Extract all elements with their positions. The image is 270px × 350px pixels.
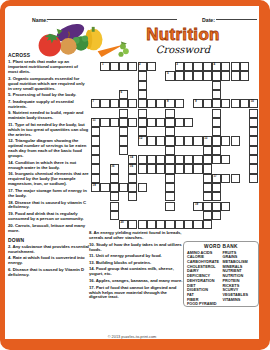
grid-cell[interactable] <box>165 164 174 173</box>
grid-cell[interactable] <box>128 99 137 108</box>
grid-cell[interactable] <box>110 174 119 183</box>
grid-cell[interactable] <box>110 99 119 108</box>
clue-number: 14 <box>130 156 133 159</box>
grid-cell[interactable] <box>175 164 184 173</box>
grid-cell[interactable] <box>249 127 258 136</box>
clue-11: 11. Unit of energy produced by food. <box>89 254 183 259</box>
grid-cell[interactable] <box>138 90 147 99</box>
grid-cell[interactable] <box>165 118 174 127</box>
grid-cell[interactable] <box>212 109 221 118</box>
grid-cell[interactable] <box>184 71 193 80</box>
grid-cell[interactable]: 8 <box>165 99 174 108</box>
grid-cell[interactable] <box>165 183 174 192</box>
grid-cell[interactable] <box>91 146 100 155</box>
grid-cell[interactable] <box>221 99 230 108</box>
grid-cell[interactable] <box>138 118 147 127</box>
clue-7: 7. Inadequate supply of essential nutrie… <box>8 100 89 110</box>
grid-cell[interactable] <box>249 155 258 164</box>
grid-cell[interactable] <box>249 146 258 155</box>
clue-number: 3 <box>176 63 178 66</box>
grid-cell[interactable] <box>110 62 119 71</box>
grid-cell[interactable] <box>165 109 174 118</box>
clue-20: 20. Carrots, broccoli, lettuce and many … <box>8 224 89 234</box>
grid-cell[interactable] <box>231 71 240 80</box>
clue-3: 3. Organic compounds essential for good … <box>8 77 89 92</box>
clue-number: 18 <box>93 184 96 187</box>
grid-cell[interactable] <box>156 155 165 164</box>
down-clue-list-left: 2. Any substance that provides essential… <box>8 245 89 278</box>
grid-cell[interactable] <box>175 118 184 127</box>
grid-cell[interactable] <box>212 81 221 90</box>
grid-cell[interactable] <box>203 71 212 80</box>
copyright-credit: © 2013 puzzles-to-print.com <box>5 334 259 339</box>
grid-cell[interactable]: 16 <box>110 164 119 173</box>
grid-cell[interactable] <box>249 118 258 127</box>
clue-13: 13. Building blocks of proteins. <box>89 261 183 266</box>
grid-cell[interactable] <box>128 183 137 192</box>
clue-5: 5. Processing of food by the body. <box>8 93 89 98</box>
grid-cell[interactable] <box>119 118 128 127</box>
grid-cell[interactable] <box>193 71 202 80</box>
grid-cell[interactable] <box>156 136 165 145</box>
grid-cell[interactable] <box>175 99 184 108</box>
grid-cell[interactable] <box>165 202 174 211</box>
grid-cell[interactable] <box>147 136 156 145</box>
grid-cell[interactable] <box>203 62 212 71</box>
grid-cell[interactable] <box>119 146 128 155</box>
grid-cell[interactable]: 4 <box>212 62 221 71</box>
grid-cell[interactable] <box>249 164 258 173</box>
grid-cell[interactable] <box>193 62 202 71</box>
crossword-grid: 1234578910111213141617181920616 <box>91 62 258 229</box>
grid-cell[interactable] <box>128 118 137 127</box>
grid-cell[interactable]: 7 <box>91 99 100 108</box>
grid-cell[interactable] <box>100 99 109 108</box>
grid-cell[interactable] <box>184 164 193 173</box>
grid-cell[interactable] <box>165 155 174 164</box>
middle-clue-column: 8. An energy yielding nutrient found in … <box>89 231 183 302</box>
clue-6: 6. Disease that is caused by Vitamin D d… <box>8 268 89 278</box>
grid-cell[interactable] <box>240 62 249 71</box>
clue-10: 10. Study of how the body takes in and u… <box>89 243 183 253</box>
grid-cell[interactable] <box>212 127 221 136</box>
clue-1: 1. Plant seeds that make up an important… <box>8 60 89 75</box>
grid-cell[interactable]: 13 <box>203 136 212 145</box>
clue-9: 9. Nutrient needed to build, repair and … <box>8 111 89 121</box>
across-heading: ACROSS <box>8 53 89 58</box>
across-clue-list: 1. Plant seeds that make up an important… <box>8 60 89 233</box>
grid-cell[interactable] <box>221 71 230 80</box>
clue-12: 12. Triangular diagram showing the optim… <box>8 139 89 159</box>
clue-number: 19 <box>195 203 198 206</box>
grid-cell[interactable]: 6 <box>119 90 128 99</box>
grid-cell[interactable] <box>184 118 193 127</box>
grid-cell[interactable]: 18 <box>91 183 100 192</box>
word-bank-item: FOOD PYRAMID <box>187 302 220 307</box>
grid-cell[interactable] <box>184 62 193 71</box>
grid-cell[interactable] <box>221 202 230 211</box>
grid-cell[interactable] <box>193 220 202 229</box>
page-title: Nutrition <box>125 25 241 45</box>
clue-number: 17 <box>213 175 216 178</box>
grid-cell[interactable] <box>221 62 230 71</box>
grid-cell[interactable]: 3 <box>175 62 184 71</box>
grid-cell[interactable]: 5 <box>165 71 174 80</box>
grid-cell[interactable] <box>165 174 174 183</box>
name-field[interactable] <box>47 13 177 20</box>
grid-cell[interactable] <box>184 155 193 164</box>
grid-cell[interactable]: 19 <box>193 202 202 211</box>
clue-number: 1 <box>102 63 104 66</box>
grid-cell[interactable] <box>128 174 137 183</box>
grid-cell[interactable] <box>147 118 156 127</box>
grid-cell[interactable] <box>110 211 119 220</box>
grid-cell[interactable] <box>212 183 221 192</box>
grid-cell[interactable] <box>165 146 174 155</box>
grid-cell[interactable]: 17 <box>212 174 221 183</box>
clue-number: 12 <box>139 137 142 140</box>
grid-cell[interactable] <box>212 71 221 80</box>
grid-cell[interactable] <box>119 109 128 118</box>
grid-cell[interactable] <box>212 192 221 201</box>
grid-cell[interactable] <box>119 99 128 108</box>
grid-cell[interactable] <box>203 146 212 155</box>
grid-cell[interactable] <box>231 62 240 71</box>
grid-cell[interactable] <box>138 81 147 90</box>
grid-cell[interactable] <box>221 155 230 164</box>
grid-cell[interactable] <box>212 99 221 108</box>
grid-cell[interactable]: 2 <box>138 62 147 71</box>
word-bank-item: DEHYDRATION <box>187 279 220 284</box>
grid-cell[interactable] <box>212 146 221 155</box>
grid-cell[interactable] <box>203 220 212 229</box>
grid-cell[interactable] <box>156 118 165 127</box>
clue-4: 4. Rate at which food is converted into … <box>8 256 89 266</box>
grid-cell[interactable] <box>128 192 137 201</box>
grid-cell[interactable]: 16 <box>128 164 137 173</box>
grid-cell[interactable] <box>203 99 212 108</box>
grid-cell[interactable] <box>119 62 128 71</box>
grid-cell[interactable] <box>203 155 212 164</box>
word-bank: WORD BANK AMINO ACIDSCALORIECARBOHYDRATE… <box>183 241 259 307</box>
grid-cell[interactable] <box>91 164 100 173</box>
grid-cell[interactable] <box>231 136 240 145</box>
grid-cell[interactable] <box>212 118 221 127</box>
clue-number: 8 <box>167 100 169 103</box>
clue-number: 20 <box>120 221 123 224</box>
grid-cell[interactable] <box>203 183 212 192</box>
grid-cell[interactable] <box>100 118 109 127</box>
grid-cell[interactable] <box>156 164 165 173</box>
grid-cell[interactable] <box>165 220 174 229</box>
grid-cell[interactable] <box>119 183 128 192</box>
clue-number: 16 <box>111 165 114 168</box>
grid-cell[interactable] <box>128 220 137 229</box>
grid-cell[interactable] <box>175 155 184 164</box>
grid-cell[interactable] <box>240 99 249 108</box>
grid-cell[interactable] <box>212 202 221 211</box>
grid-cell[interactable] <box>193 164 202 173</box>
worksheet-page: Name: Date: Nutrition Crossword ACROSS 1… <box>0 0 270 350</box>
grid-cell[interactable] <box>110 202 119 211</box>
grid-cell[interactable] <box>147 99 156 108</box>
grid-cell[interactable] <box>203 174 212 183</box>
grid-cell[interactable] <box>249 136 258 145</box>
grid-cell[interactable] <box>203 192 212 201</box>
clue-number: 11 <box>93 119 96 122</box>
grid-cell[interactable] <box>165 136 174 145</box>
grid-cell[interactable] <box>138 99 147 108</box>
word-bank-title: WORD BANK <box>187 244 255 249</box>
word-bank-item: CARBOHYDRATE <box>187 260 220 265</box>
grid-cell[interactable] <box>138 109 147 118</box>
grid-cell[interactable] <box>147 155 156 164</box>
grid-cell[interactable]: 11 <box>91 118 100 127</box>
clue-2: 2. Any substance that provides essential… <box>8 245 89 255</box>
grid-cell[interactable] <box>91 155 100 164</box>
grid-cell[interactable] <box>91 136 100 145</box>
clue-number: 7 <box>93 100 95 103</box>
clue-11: 11. Type of fat needed by the body, but … <box>8 123 89 138</box>
grid-cell[interactable] <box>91 174 100 183</box>
grid-cell[interactable] <box>138 71 147 80</box>
date-field[interactable] <box>216 13 257 20</box>
grid-cell[interactable] <box>203 211 212 220</box>
grid-cell[interactable] <box>128 62 137 71</box>
grid-cell[interactable] <box>110 192 119 201</box>
grid-cell[interactable] <box>138 183 147 192</box>
grid-cell[interactable] <box>147 164 156 173</box>
page-subtitle: Crossword <box>125 44 241 55</box>
grid-cell[interactable] <box>231 99 240 108</box>
grid-cell[interactable] <box>212 211 221 220</box>
grid-cell[interactable]: 10 <box>249 99 258 108</box>
grid-cell[interactable] <box>212 155 221 164</box>
clue-number: 2 <box>139 63 141 66</box>
grid-cell[interactable]: 12 <box>138 136 147 145</box>
grid-cell[interactable] <box>138 155 147 164</box>
grid-cell[interactable] <box>184 136 193 145</box>
clue-number: 16 <box>130 165 133 168</box>
grid-cell[interactable] <box>110 183 119 192</box>
grid-cell[interactable] <box>203 164 212 173</box>
clue-number: 9 <box>195 100 197 103</box>
grid-cell[interactable] <box>193 155 202 164</box>
left-clue-column: ACROSS 1. Plant seeds that make up an im… <box>8 51 89 279</box>
clue-number: 13 <box>204 137 207 140</box>
clue-14: 14. Condition in which there is not enou… <box>8 161 89 171</box>
down-clue-list-continued: 8. An energy yielding nutrient found in … <box>89 231 183 300</box>
grid-cell[interactable] <box>156 99 165 108</box>
down-heading: DOWN <box>8 238 89 243</box>
grid-cell[interactable] <box>91 127 100 136</box>
grid-cell[interactable] <box>165 127 174 136</box>
grid-cell[interactable] <box>175 71 184 80</box>
grid-cell[interactable] <box>119 127 128 136</box>
word-bank-item: VITAMINS <box>223 298 256 303</box>
grid-cell[interactable]: 14 <box>128 155 137 164</box>
grid-cell[interactable] <box>147 62 156 71</box>
grid-cell[interactable] <box>110 118 119 127</box>
grid-cell[interactable] <box>138 164 147 173</box>
grid-cell[interactable] <box>221 174 230 183</box>
grid-cell[interactable] <box>175 136 184 145</box>
grid-cell[interactable] <box>147 220 156 229</box>
clue-number: 4 <box>213 63 215 66</box>
date-label: Date: <box>202 17 215 23</box>
grid-cell[interactable] <box>138 220 147 229</box>
grid-cell[interactable] <box>221 136 230 145</box>
grid-cell[interactable] <box>212 90 221 99</box>
clue-number: 5 <box>167 72 169 75</box>
grid-cell[interactable] <box>156 220 165 229</box>
grid-cell[interactable] <box>249 174 258 183</box>
word-bank-column-2: FRUITSGRAINSMETABOLISMMINERALSNUTRIENTNU… <box>223 251 256 307</box>
grid-cell[interactable] <box>240 71 249 80</box>
grid-cell[interactable] <box>203 202 212 211</box>
grid-cell[interactable] <box>100 183 109 192</box>
clue-16: 16. Inorganic chemical elements that are… <box>8 172 89 187</box>
clue-18: 18. Disease that is caused by vitamin C … <box>8 201 89 211</box>
grid-cell[interactable] <box>175 220 184 229</box>
clue-number: 10 <box>251 100 254 103</box>
grid-cell[interactable]: 9 <box>193 99 202 108</box>
grid-cell[interactable] <box>165 192 174 201</box>
grid-cell[interactable] <box>212 136 221 145</box>
grid-cell[interactable]: 20 <box>119 220 128 229</box>
word-bank-column-1: AMINO ACIDSCALORIECARBOHYDRATECHOLESTERO… <box>187 251 220 307</box>
clue-14: 14. Food group that contains milk, chees… <box>89 267 183 277</box>
grid-cell[interactable] <box>231 174 240 183</box>
grid-cell[interactable] <box>119 136 128 145</box>
clue-17: 17. The major storage form of energy in … <box>8 189 89 199</box>
grid-cell[interactable] <box>249 109 258 118</box>
grid-cell[interactable] <box>184 220 193 229</box>
grid-cell[interactable] <box>193 136 202 145</box>
clue-8: 8. An energy yielding nutrient found in … <box>89 231 183 241</box>
clue-number: 6 <box>120 91 122 94</box>
clue-19: 19. Food and drink that is regularly con… <box>8 212 89 222</box>
grid-cell[interactable] <box>138 127 147 136</box>
clue-16: 16. Apples, oranges, bananas, and many m… <box>89 279 183 284</box>
grid-cell[interactable]: 1 <box>100 62 109 71</box>
clue-17: 17. Part of food that cannot be digested… <box>89 286 183 301</box>
